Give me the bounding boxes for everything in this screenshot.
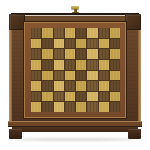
square[interactable] (87, 81, 97, 91)
square[interactable] (87, 71, 97, 81)
square[interactable] (65, 60, 75, 70)
square[interactable] (42, 92, 52, 102)
square[interactable] (31, 60, 41, 70)
square[interactable] (76, 28, 86, 38)
square[interactable] (110, 81, 120, 91)
square[interactable] (65, 81, 75, 91)
square[interactable] (110, 102, 120, 112)
cabinet-right-edge (138, 18, 141, 126)
square[interactable] (110, 92, 120, 102)
square[interactable] (99, 39, 109, 49)
square[interactable] (42, 28, 52, 38)
left-foot (9, 129, 22, 139)
frame-corner-top-right (125, 14, 141, 30)
right-foot (128, 129, 141, 139)
square[interactable] (42, 71, 52, 81)
square[interactable] (99, 49, 109, 59)
square[interactable] (99, 28, 109, 38)
square[interactable] (65, 28, 75, 38)
square[interactable] (99, 71, 109, 81)
square[interactable] (76, 92, 86, 102)
square[interactable] (99, 60, 109, 70)
square[interactable] (42, 102, 52, 112)
square[interactable] (87, 49, 97, 59)
square[interactable] (54, 81, 64, 91)
square[interactable] (31, 39, 41, 49)
square[interactable] (54, 28, 64, 38)
square[interactable] (42, 60, 52, 70)
square[interactable] (99, 92, 109, 102)
square[interactable] (99, 102, 109, 112)
square[interactable] (42, 39, 52, 49)
square[interactable] (76, 60, 86, 70)
drop-shadow (14, 138, 136, 141)
square[interactable] (76, 49, 86, 59)
square[interactable] (54, 92, 64, 102)
square[interactable] (42, 49, 52, 59)
square[interactable] (54, 60, 64, 70)
square[interactable] (99, 81, 109, 91)
square[interactable] (31, 92, 41, 102)
square[interactable] (87, 60, 97, 70)
square[interactable] (110, 71, 120, 81)
square[interactable] (65, 92, 75, 102)
square[interactable] (31, 28, 41, 38)
square[interactable] (87, 92, 97, 102)
square[interactable] (87, 39, 97, 49)
square[interactable] (110, 60, 120, 70)
square[interactable] (110, 49, 120, 59)
square[interactable] (110, 39, 120, 49)
square[interactable] (76, 39, 86, 49)
square[interactable] (65, 39, 75, 49)
square[interactable] (31, 81, 41, 91)
chess-cabinet (0, 0, 150, 150)
square[interactable] (76, 71, 86, 81)
cabinet-left-edge (9, 18, 12, 126)
square[interactable] (54, 71, 64, 81)
square[interactable] (54, 102, 64, 112)
square[interactable] (42, 81, 52, 91)
square[interactable] (76, 81, 86, 91)
square[interactable] (31, 49, 41, 59)
square[interactable] (54, 49, 64, 59)
square[interactable] (87, 28, 97, 38)
square[interactable] (110, 28, 120, 38)
square[interactable] (65, 102, 75, 112)
chess-board[interactable] (31, 28, 120, 112)
square[interactable] (54, 39, 64, 49)
square[interactable] (76, 102, 86, 112)
square[interactable] (31, 102, 41, 112)
bottom-base (12, 127, 138, 132)
square[interactable] (65, 49, 75, 59)
square[interactable] (31, 71, 41, 81)
square[interactable] (87, 102, 97, 112)
square[interactable] (65, 71, 75, 81)
frame-corner-top-left (9, 14, 25, 30)
